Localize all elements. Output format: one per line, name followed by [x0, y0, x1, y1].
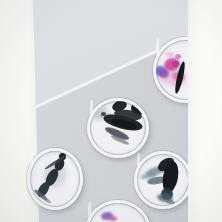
sticker-face-bottom-right-dancer [137, 154, 189, 206]
sticker-center-ink-figures [87, 98, 149, 158]
sticker-bottom-left-figure [27, 148, 83, 210]
pink-faint-top [166, 52, 174, 57]
sticker-face-bottom-left-figure [30, 151, 80, 207]
pink-dot [175, 54, 181, 59]
white-surface-right [188, 0, 222, 222]
sticker-face-bottom-edge-partial [88, 203, 148, 222]
magenta-smudge [109, 216, 117, 221]
sticker-bottom-edge-partial [85, 200, 151, 222]
photo-canvas [0, 0, 222, 222]
ink-dot [101, 112, 106, 116]
teal-tail [166, 199, 176, 205]
sticker-face-center-ink-figures [90, 101, 146, 155]
magenta-dot [172, 61, 179, 67]
sticker-bottom-right-dancer [134, 151, 192, 209]
